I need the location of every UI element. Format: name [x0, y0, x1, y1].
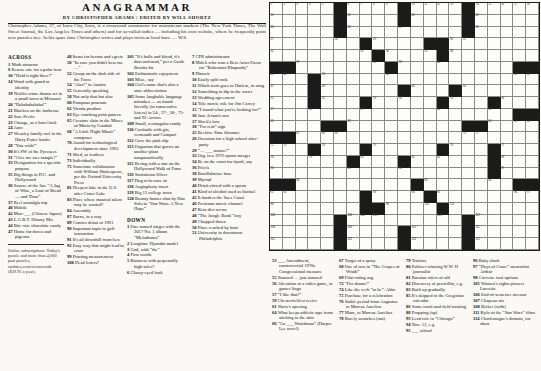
- grid-cell[interactable]: [449, 109, 462, 121]
- grid-cell[interactable]: 114: [411, 238, 424, 250]
- grid-cell[interactable]: 50: [462, 85, 475, 97]
- grid-cell[interactable]: [526, 85, 539, 97]
- grid-cell[interactable]: [308, 168, 321, 180]
- grid-cell[interactable]: [385, 85, 398, 97]
- grid-cell[interactable]: 73: [283, 144, 296, 156]
- grid-cell[interactable]: [513, 50, 526, 62]
- grid-cell[interactable]: 112: [270, 238, 283, 250]
- grid-cell[interactable]: 87: [501, 168, 514, 180]
- grid-cell[interactable]: [513, 215, 526, 227]
- grid-cell[interactable]: [488, 50, 501, 62]
- grid-cell[interactable]: [501, 74, 514, 86]
- grid-cell[interactable]: 44: [385, 74, 398, 86]
- grid-cell[interactable]: [437, 132, 450, 144]
- grid-cell[interactable]: 36: [449, 50, 462, 62]
- grid-cell[interactable]: [424, 144, 437, 156]
- grid-cell[interactable]: 99: [385, 203, 398, 215]
- grid-cell[interactable]: [526, 27, 539, 39]
- grid-cell[interactable]: [360, 121, 373, 133]
- grid-cell[interactable]: [283, 215, 296, 227]
- grid-cell[interactable]: [283, 27, 296, 39]
- grid-cell[interactable]: [360, 15, 373, 27]
- grid-cell[interactable]: [488, 85, 501, 97]
- grid-cell[interactable]: 81: [411, 156, 424, 168]
- grid-cell[interactable]: 70: [462, 132, 475, 144]
- grid-cell[interactable]: [296, 191, 309, 203]
- grid-cell[interactable]: [411, 27, 424, 39]
- grid-cell[interactable]: [501, 238, 514, 250]
- grid-cell[interactable]: [334, 179, 347, 191]
- grid-cell[interactable]: 65: [513, 121, 526, 133]
- grid-cell[interactable]: 7: [360, 3, 373, 15]
- grid-cell[interactable]: [411, 132, 424, 144]
- grid-cell[interactable]: [462, 168, 475, 180]
- grid-cell[interactable]: [437, 74, 450, 86]
- grid-cell[interactable]: [296, 226, 309, 238]
- grid-cell[interactable]: [398, 38, 411, 50]
- grid-cell[interactable]: 113: [347, 238, 360, 250]
- grid-cell[interactable]: [385, 226, 398, 238]
- grid-cell[interactable]: 56: [501, 97, 514, 109]
- grid-cell[interactable]: [283, 50, 296, 62]
- grid-cell[interactable]: [385, 168, 398, 180]
- grid-cell[interactable]: [347, 97, 360, 109]
- grid-cell[interactable]: [501, 121, 514, 133]
- grid-cell[interactable]: [385, 97, 398, 109]
- grid-cell[interactable]: [308, 62, 321, 74]
- grid-cell[interactable]: [488, 15, 501, 27]
- grid-cell[interactable]: 8: [372, 3, 385, 15]
- grid-cell[interactable]: [360, 179, 373, 191]
- grid-cell[interactable]: 11: [424, 3, 437, 15]
- grid-cell[interactable]: [449, 226, 462, 238]
- grid-cell[interactable]: [296, 38, 309, 50]
- grid-cell[interactable]: [424, 156, 437, 168]
- grid-cell[interactable]: 28: [334, 38, 347, 50]
- grid-cell[interactable]: [296, 85, 309, 97]
- grid-cell[interactable]: [347, 85, 360, 97]
- grid-cell[interactable]: 95: [437, 191, 450, 203]
- grid-cell[interactable]: [334, 109, 347, 121]
- grid-cell[interactable]: [398, 191, 411, 203]
- grid-cell[interactable]: [296, 156, 309, 168]
- grid-cell[interactable]: [385, 15, 398, 27]
- grid-cell[interactable]: [488, 74, 501, 86]
- grid-cell[interactable]: [360, 74, 373, 86]
- grid-cell[interactable]: [385, 215, 398, 227]
- grid-cell[interactable]: [424, 27, 437, 39]
- grid-cell[interactable]: [462, 156, 475, 168]
- grid-cell[interactable]: [424, 109, 437, 121]
- grid-cell[interactable]: [449, 62, 462, 74]
- grid-cell[interactable]: [398, 132, 411, 144]
- grid-cell[interactable]: [347, 74, 360, 86]
- grid-cell[interactable]: [360, 226, 373, 238]
- grid-cell[interactable]: [296, 27, 309, 39]
- grid-cell[interactable]: 16: [501, 3, 514, 15]
- grid-cell[interactable]: [372, 156, 385, 168]
- grid-cell[interactable]: [360, 62, 373, 74]
- grid-cell[interactable]: 96: [513, 191, 526, 203]
- grid-cell[interactable]: 3: [296, 3, 309, 15]
- grid-cell[interactable]: 24: [347, 27, 360, 39]
- grid-cell[interactable]: 45: [513, 74, 526, 86]
- grid-cell[interactable]: [334, 74, 347, 86]
- grid-cell[interactable]: [334, 191, 347, 203]
- grid-cell[interactable]: [283, 238, 296, 250]
- grid-cell[interactable]: [296, 203, 309, 215]
- grid-cell[interactable]: [462, 97, 475, 109]
- grid-cell[interactable]: [283, 203, 296, 215]
- grid-cell[interactable]: [411, 62, 424, 74]
- grid-cell[interactable]: 62: [270, 121, 283, 133]
- grid-cell[interactable]: [488, 27, 501, 39]
- grid-cell[interactable]: 9: [385, 3, 398, 15]
- grid-cell[interactable]: [385, 238, 398, 250]
- grid-cell[interactable]: [411, 97, 424, 109]
- grid-cell[interactable]: [360, 168, 373, 180]
- grid-cell[interactable]: [475, 191, 488, 203]
- grid-cell[interactable]: [283, 121, 296, 133]
- grid-cell[interactable]: [424, 238, 437, 250]
- grid-cell[interactable]: [526, 215, 539, 227]
- grid-cell[interactable]: [462, 144, 475, 156]
- grid-cell[interactable]: [462, 191, 475, 203]
- grid-cell[interactable]: [475, 144, 488, 156]
- grid-cell[interactable]: 12: [437, 3, 450, 15]
- grid-cell[interactable]: 5: [321, 3, 334, 15]
- grid-cell[interactable]: [526, 203, 539, 215]
- grid-cell[interactable]: [513, 97, 526, 109]
- grid-cell[interactable]: [372, 74, 385, 86]
- grid-cell[interactable]: [437, 27, 450, 39]
- grid-cell[interactable]: [513, 156, 526, 168]
- grid-cell[interactable]: 100: [424, 203, 437, 215]
- grid-cell[interactable]: [308, 226, 321, 238]
- grid-cell[interactable]: 18: [526, 3, 539, 15]
- grid-cell[interactable]: [347, 191, 360, 203]
- grid-cell[interactable]: 2: [283, 3, 296, 15]
- grid-cell[interactable]: [411, 38, 424, 50]
- grid-cell[interactable]: [513, 85, 526, 97]
- grid-cell[interactable]: [501, 38, 514, 50]
- grid-cell[interactable]: 106: [437, 215, 450, 227]
- grid-cell[interactable]: [501, 50, 514, 62]
- grid-cell[interactable]: [283, 168, 296, 180]
- grid-cell[interactable]: [411, 121, 424, 133]
- grid-cell[interactable]: [372, 226, 385, 238]
- grid-cell[interactable]: [462, 179, 475, 191]
- grid-cell[interactable]: [347, 179, 360, 191]
- grid-cell[interactable]: [308, 215, 321, 227]
- grid-cell[interactable]: 37: [296, 62, 309, 74]
- grid-cell[interactable]: [385, 27, 398, 39]
- grid-cell[interactable]: [475, 38, 488, 50]
- grid-cell[interactable]: [475, 74, 488, 86]
- grid-cell[interactable]: [437, 168, 450, 180]
- grid-cell[interactable]: [513, 226, 526, 238]
- grid-cell[interactable]: [488, 132, 501, 144]
- grid-cell[interactable]: 76: [449, 144, 462, 156]
- grid-cell[interactable]: 79: [308, 156, 321, 168]
- grid-cell[interactable]: [449, 238, 462, 250]
- grid-cell[interactable]: [526, 50, 539, 62]
- grid-cell[interactable]: 15: [488, 3, 501, 15]
- grid-cell[interactable]: 26: [475, 27, 488, 39]
- grid-cell[interactable]: [321, 156, 334, 168]
- grid-cell[interactable]: 60: [437, 109, 450, 121]
- grid-cell[interactable]: [501, 15, 514, 27]
- grid-cell[interactable]: 55: [449, 97, 462, 109]
- grid-cell[interactable]: 39: [398, 62, 411, 74]
- grid-cell[interactable]: [424, 74, 437, 86]
- grid-cell[interactable]: 88: [296, 179, 309, 191]
- grid-cell[interactable]: [283, 15, 296, 27]
- grid-cell[interactable]: [283, 226, 296, 238]
- grid-cell[interactable]: [449, 179, 462, 191]
- grid-cell[interactable]: [462, 50, 475, 62]
- grid-cell[interactable]: [296, 74, 309, 86]
- grid-cell[interactable]: 75: [372, 144, 385, 156]
- grid-cell[interactable]: [488, 215, 501, 227]
- grid-cell[interactable]: [296, 15, 309, 27]
- grid-cell[interactable]: 54: [398, 97, 411, 109]
- grid-cell[interactable]: [372, 109, 385, 121]
- grid-cell[interactable]: 13: [449, 3, 462, 15]
- grid-cell[interactable]: [526, 156, 539, 168]
- grid-cell[interactable]: [334, 203, 347, 215]
- grid-cell[interactable]: 97: [526, 191, 539, 203]
- grid-cell[interactable]: [449, 215, 462, 227]
- grid-cell[interactable]: [437, 226, 450, 238]
- grid-cell[interactable]: [398, 203, 411, 215]
- grid-cell[interactable]: [385, 144, 398, 156]
- grid-cell[interactable]: [308, 38, 321, 50]
- grid-cell[interactable]: [360, 27, 373, 39]
- grid-cell[interactable]: [372, 238, 385, 250]
- grid-cell[interactable]: [449, 15, 462, 27]
- grid-cell[interactable]: [308, 15, 321, 27]
- grid-cell[interactable]: 89: [424, 179, 437, 191]
- grid-cell[interactable]: [449, 156, 462, 168]
- grid-cell[interactable]: [424, 226, 437, 238]
- grid-cell[interactable]: [334, 156, 347, 168]
- grid-cell[interactable]: [501, 179, 514, 191]
- grid-cell[interactable]: 33: [360, 50, 373, 62]
- grid-cell[interactable]: [411, 203, 424, 215]
- grid-cell[interactable]: 59: [360, 109, 373, 121]
- grid-cell[interactable]: [437, 238, 450, 250]
- grid-cell[interactable]: [398, 144, 411, 156]
- grid-cell[interactable]: 53: [372, 97, 385, 109]
- grid-cell[interactable]: 58: [308, 109, 321, 121]
- grid-cell[interactable]: [321, 226, 334, 238]
- grid-cell[interactable]: [462, 109, 475, 121]
- grid-cell[interactable]: [424, 97, 437, 109]
- grid-cell[interactable]: [501, 226, 514, 238]
- grid-cell[interactable]: [475, 168, 488, 180]
- grid-cell[interactable]: [385, 156, 398, 168]
- grid-cell[interactable]: [462, 62, 475, 74]
- grid-cell[interactable]: 90: [488, 179, 501, 191]
- grid-cell[interactable]: 4: [308, 3, 321, 15]
- grid-cell[interactable]: [334, 85, 347, 97]
- grid-cell[interactable]: [321, 179, 334, 191]
- grid-cell[interactable]: [526, 144, 539, 156]
- grid-cell[interactable]: 64: [488, 121, 501, 133]
- grid-cell[interactable]: [449, 168, 462, 180]
- grid-cell[interactable]: 66: [526, 121, 539, 133]
- grid-cell[interactable]: [424, 121, 437, 133]
- grid-cell[interactable]: [308, 50, 321, 62]
- grid-cell[interactable]: [321, 50, 334, 62]
- grid-cell[interactable]: 86: [398, 168, 411, 180]
- grid-cell[interactable]: [488, 226, 501, 238]
- grid-cell[interactable]: [308, 179, 321, 191]
- grid-cell[interactable]: [437, 15, 450, 27]
- grid-cell[interactable]: [475, 156, 488, 168]
- grid-cell[interactable]: 104: [360, 215, 373, 227]
- grid-cell[interactable]: [424, 132, 437, 144]
- grid-cell[interactable]: [437, 85, 450, 97]
- grid-cell[interactable]: 94: [411, 191, 424, 203]
- grid-cell[interactable]: [513, 38, 526, 50]
- grid-cell[interactable]: [513, 144, 526, 156]
- grid-cell[interactable]: 32: [270, 50, 283, 62]
- grid-cell[interactable]: [372, 121, 385, 133]
- grid-cell[interactable]: 49: [411, 85, 424, 97]
- grid-cell[interactable]: [385, 121, 398, 133]
- grid-cell[interactable]: [501, 191, 514, 203]
- grid-cell[interactable]: [360, 85, 373, 97]
- grid-cell[interactable]: 21: [411, 15, 424, 27]
- grid-cell[interactable]: 46: [526, 74, 539, 86]
- grid-cell[interactable]: [424, 15, 437, 27]
- grid-cell[interactable]: [501, 203, 514, 215]
- grid-cell[interactable]: 71: [475, 132, 488, 144]
- grid-cell[interactable]: 42: [283, 74, 296, 86]
- grid-cell[interactable]: [526, 238, 539, 250]
- grid-cell[interactable]: [513, 168, 526, 180]
- grid-cell[interactable]: [321, 27, 334, 39]
- grid-cell[interactable]: [385, 132, 398, 144]
- grid-cell[interactable]: [296, 144, 309, 156]
- grid-cell[interactable]: [526, 38, 539, 50]
- grid-cell[interactable]: [526, 168, 539, 180]
- grid-cell[interactable]: [526, 132, 539, 144]
- grid-cell[interactable]: 31: [462, 38, 475, 50]
- grid-cell[interactable]: [449, 121, 462, 133]
- grid-cell[interactable]: [283, 109, 296, 121]
- grid-cell[interactable]: [475, 85, 488, 97]
- grid-cell[interactable]: [321, 15, 334, 27]
- grid-cell[interactable]: 93: [372, 191, 385, 203]
- grid-cell[interactable]: [283, 97, 296, 109]
- grid-cell[interactable]: [296, 109, 309, 121]
- grid-cell[interactable]: [334, 168, 347, 180]
- grid-cell[interactable]: [424, 85, 437, 97]
- grid-cell[interactable]: [347, 144, 360, 156]
- grid-cell[interactable]: [321, 215, 334, 227]
- grid-cell[interactable]: [321, 191, 334, 203]
- grid-cell[interactable]: [321, 109, 334, 121]
- grid-cell[interactable]: [513, 15, 526, 27]
- grid-cell[interactable]: 29: [372, 38, 385, 50]
- grid-cell[interactable]: 52: [321, 97, 334, 109]
- grid-cell[interactable]: [424, 62, 437, 74]
- grid-cell[interactable]: [308, 121, 321, 133]
- grid-cell[interactable]: 69: [334, 132, 347, 144]
- grid-cell[interactable]: [526, 226, 539, 238]
- grid-cell[interactable]: [513, 132, 526, 144]
- grid-cell[interactable]: [296, 238, 309, 250]
- grid-cell[interactable]: [347, 50, 360, 62]
- grid-cell[interactable]: 63: [347, 121, 360, 133]
- grid-cell[interactable]: [321, 38, 334, 50]
- grid-cell[interactable]: [347, 62, 360, 74]
- grid-cell[interactable]: 82: [437, 156, 450, 168]
- grid-cell[interactable]: [372, 15, 385, 27]
- grid-cell[interactable]: [398, 109, 411, 121]
- grid-cell[interactable]: [424, 215, 437, 227]
- grid-cell[interactable]: [501, 62, 514, 74]
- grid-cell[interactable]: [437, 121, 450, 133]
- grid-cell[interactable]: [398, 215, 411, 227]
- grid-cell[interactable]: [321, 168, 334, 180]
- grid-cell[interactable]: [283, 156, 296, 168]
- grid-cell[interactable]: [488, 38, 501, 50]
- grid-cell[interactable]: [385, 179, 398, 191]
- grid-cell[interactable]: [411, 109, 424, 121]
- grid-cell[interactable]: 85: [347, 168, 360, 180]
- grid-cell[interactable]: [449, 74, 462, 86]
- grid-cell[interactable]: [334, 62, 347, 74]
- grid-cell[interactable]: 74: [321, 144, 334, 156]
- grid-cell[interactable]: [347, 132, 360, 144]
- grid-cell[interactable]: [372, 168, 385, 180]
- grid-cell[interactable]: [296, 97, 309, 109]
- grid-cell[interactable]: 80: [360, 156, 373, 168]
- grid-cell[interactable]: [488, 203, 501, 215]
- grid-cell[interactable]: [308, 191, 321, 203]
- grid-cell[interactable]: [513, 27, 526, 39]
- grid-cell[interactable]: 17: [513, 3, 526, 15]
- grid-cell[interactable]: [347, 38, 360, 50]
- grid-cell[interactable]: [360, 132, 373, 144]
- grid-cell[interactable]: [475, 97, 488, 109]
- grid-cell[interactable]: [321, 203, 334, 215]
- grid-cell[interactable]: [308, 27, 321, 39]
- grid-cell[interactable]: [526, 97, 539, 109]
- grid-cell[interactable]: [308, 203, 321, 215]
- grid-cell[interactable]: [308, 238, 321, 250]
- grid-cell[interactable]: [513, 203, 526, 215]
- grid-cell[interactable]: [308, 132, 321, 144]
- grid-cell[interactable]: 34: [385, 50, 398, 62]
- grid-cell[interactable]: [411, 168, 424, 180]
- grid-cell[interactable]: [475, 109, 488, 121]
- grid-cell[interactable]: [360, 238, 373, 250]
- grid-cell[interactable]: 67: [296, 132, 309, 144]
- grid-cell[interactable]: [334, 50, 347, 62]
- grid-cell[interactable]: [462, 203, 475, 215]
- grid-cell[interactable]: 25: [398, 27, 411, 39]
- grid-cell[interactable]: 115: [475, 238, 488, 250]
- grid-cell[interactable]: [283, 38, 296, 50]
- grid-cell[interactable]: [385, 109, 398, 121]
- grid-cell[interactable]: [296, 215, 309, 227]
- grid-cell[interactable]: [501, 215, 514, 227]
